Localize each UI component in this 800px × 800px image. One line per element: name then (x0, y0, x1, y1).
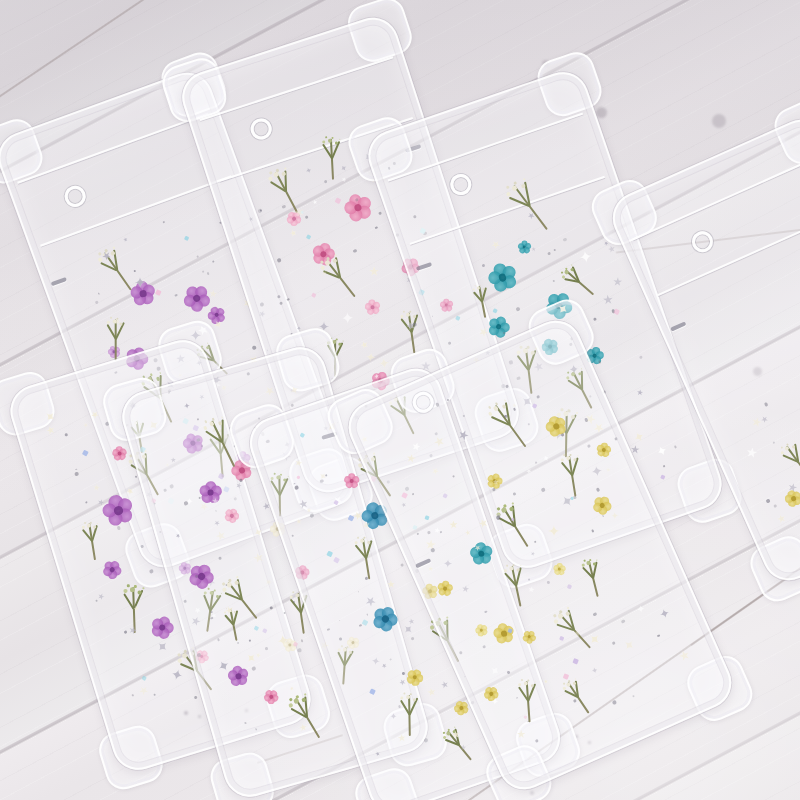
glitter-star: ★ (601, 293, 614, 307)
glitter-star: ★ (247, 215, 254, 222)
dried-sprig (497, 563, 532, 609)
glitter-star: ★ (531, 246, 537, 252)
dried-sprig (774, 439, 800, 488)
glitter-star: ★ (211, 497, 219, 506)
glitter-fleck (140, 545, 143, 548)
glitter-star: ★ (170, 457, 177, 464)
glitter-fleck (116, 526, 121, 531)
glitter-star: ★ (88, 409, 100, 421)
glitter-star: ✦ (590, 666, 599, 676)
glitter-fleck (352, 249, 357, 254)
pressed-flower (520, 627, 538, 645)
pressed-flower (492, 622, 516, 646)
glitter-sequin (81, 450, 87, 456)
glitter-star: ★ (574, 630, 581, 638)
product-photo-scene: ★★★✦★✦★★★★✦★★✦★★★★✦✦★★★✦★★✦✦✦★✦★✦✦★★✦★★★… (0, 0, 800, 800)
glitter-star: ✦ (251, 526, 265, 541)
glitter-star: ★ (386, 579, 395, 589)
glitter-star: ★ (289, 686, 296, 693)
glitter-fleck (561, 433, 565, 437)
glitter-star: ★ (288, 228, 298, 238)
glitter-fleck (202, 270, 204, 272)
sprig-buds (129, 587, 134, 592)
glitter-fleck (378, 212, 382, 216)
sprig-buds (406, 695, 410, 699)
pressed-flower (553, 563, 565, 575)
glitter-fleck (452, 475, 454, 477)
glitter-fleck (98, 293, 100, 295)
glitter-star: ★ (405, 453, 416, 465)
glitter-star: ✦ (491, 697, 499, 707)
sprig-buds (359, 538, 364, 543)
glitter-fleck (612, 700, 617, 705)
glitter-fleck (74, 472, 79, 477)
glitter-sequin (455, 315, 461, 321)
glitter-fleck (194, 695, 198, 699)
glitter-star: ✦ (658, 606, 672, 621)
glitter-fleck (251, 345, 256, 350)
glitter-star: ★ (400, 501, 408, 509)
glitter-star: ★ (296, 518, 302, 525)
dried-sprig (394, 694, 422, 736)
sprig-stem (494, 405, 525, 447)
glitter-star: ★ (461, 585, 470, 595)
glitter-star: ★ (516, 728, 526, 739)
sprig-buds (508, 566, 513, 571)
glitter-star: ✦ (288, 383, 301, 397)
glitter-fleck (505, 384, 509, 388)
glitter-star: ★ (265, 578, 274, 587)
glitter-fleck (535, 461, 537, 463)
glitter-fleck (64, 433, 68, 437)
pressed-flower (474, 622, 490, 638)
glitter-sequin (369, 688, 375, 694)
glitter-fleck (211, 611, 213, 613)
glitter-star: ★ (312, 199, 318, 205)
glitter-fleck (366, 613, 368, 615)
glitter-fleck (639, 355, 643, 359)
glitter-star: ✦ (611, 511, 620, 522)
hinge-line (40, 175, 231, 247)
glitter-sequin (660, 475, 666, 481)
glitter-fleck (663, 465, 665, 467)
sprig-buds (404, 312, 409, 317)
glitter-fleck (612, 641, 616, 645)
sprig-buds (565, 456, 570, 461)
glitter-star: ★ (136, 684, 151, 699)
glitter-fleck (774, 504, 778, 508)
glitter-fleck (593, 612, 598, 617)
glitter-fleck (430, 548, 434, 552)
pressed-flower (485, 260, 521, 296)
glitter-fleck (374, 226, 377, 229)
dried-sprig (282, 691, 331, 746)
glitter-star: ★ (359, 339, 370, 350)
hinge-line (409, 176, 606, 246)
glitter-fleck (338, 619, 340, 621)
pressed-flower (596, 443, 611, 458)
glitter-star: ✦ (276, 633, 291, 650)
glitter-fleck (255, 728, 257, 730)
glitter-fleck (300, 639, 303, 642)
glitter-fleck (548, 252, 552, 256)
glitter-star: ★ (368, 265, 379, 277)
glitter-star: ★ (440, 679, 451, 690)
glitter-sequin (567, 584, 572, 589)
glitter-star: ★ (477, 517, 490, 531)
glitter-fleck (563, 238, 567, 242)
glitter-fleck (252, 666, 257, 671)
glitter-fleck (515, 307, 520, 312)
hinge-line (657, 211, 800, 298)
glitter-fleck (435, 403, 439, 407)
glitter-star: ✦ (377, 357, 390, 372)
dried-sprig (512, 681, 542, 724)
glitter-star: ✦ (590, 463, 605, 480)
glitter-fleck (162, 221, 164, 223)
dried-sprig (467, 285, 494, 321)
glitter-fleck (249, 640, 251, 642)
glitter-star: ★ (397, 732, 407, 742)
sprig-stem (503, 507, 529, 547)
glitter-star: ✦ (304, 165, 314, 175)
glitter-sequin (334, 197, 340, 203)
pressed-flower (345, 635, 360, 650)
dried-sprig (490, 500, 540, 555)
glitter-fleck (400, 563, 404, 567)
glitter-star: ★ (340, 176, 348, 184)
glitter-fleck (290, 403, 293, 406)
glitter-sequin (563, 673, 569, 679)
glitter-sequin (182, 418, 189, 425)
flower-center (117, 451, 121, 455)
sprig-buds (86, 523, 90, 527)
glitter-star: ✦ (317, 470, 330, 482)
flower-center (207, 489, 213, 495)
pressed-flower (340, 190, 374, 224)
pressed-flower (111, 446, 127, 462)
glitter-fleck (94, 599, 97, 602)
flower-center (139, 290, 147, 298)
flower-center (558, 567, 561, 570)
dried-sprig (348, 536, 381, 581)
glitter-fleck (286, 298, 290, 302)
dried-sprig (76, 522, 105, 562)
glitter-star: ★ (493, 479, 499, 486)
glitter-fleck (206, 272, 209, 275)
glitter-star: ★ (263, 384, 278, 399)
glitter-fleck (153, 694, 156, 697)
glitter-fleck (463, 415, 465, 417)
dried-sprig (557, 676, 597, 720)
glitter-fleck (552, 279, 555, 282)
glitter-star: ★ (208, 288, 217, 298)
glitter-star: ★ (543, 678, 548, 684)
glitter-star: ★ (426, 686, 437, 698)
glitter-star: ✦ (133, 276, 146, 291)
glitter-star: ★ (92, 483, 100, 492)
glitter-fleck (85, 501, 88, 504)
glitter-star: ★ (489, 238, 502, 251)
glitter-star: ★ (294, 457, 303, 467)
glitter-star: ★ (82, 421, 90, 429)
sprig-branch (571, 457, 578, 476)
glitter-fleck (245, 722, 247, 724)
glitter-fleck (595, 487, 600, 492)
glitter-fleck (553, 249, 555, 251)
glitter-star: ★ (636, 388, 644, 397)
sprig-branch (221, 419, 223, 442)
dried-sprig (554, 454, 587, 499)
glitter-fleck (357, 590, 359, 592)
sprig-stem (329, 139, 333, 180)
glitter-fleck (765, 498, 770, 503)
glitter-star: ✦ (620, 636, 639, 654)
sprig-stem (325, 259, 355, 296)
glitter-star: ★ (775, 512, 787, 525)
pressed-flower (223, 507, 241, 525)
pressed-flower (518, 240, 531, 253)
glitter-fleck (593, 317, 597, 321)
flower-center (522, 244, 526, 248)
glitter-star: ★ (612, 276, 623, 288)
glitter-fleck (481, 263, 485, 267)
pressed-flower (99, 557, 124, 582)
glitter-fleck (674, 445, 677, 448)
glitter-fleck (772, 441, 776, 445)
glitter-star: ★ (527, 586, 535, 594)
glitter-star: ★ (530, 551, 537, 558)
glitter-fleck (632, 695, 635, 698)
glitter-star: ✦ (655, 443, 670, 459)
glitter-fleck (276, 258, 281, 263)
glitter-fleck (211, 260, 213, 262)
glitter-fleck (528, 578, 531, 581)
pressed-flower (184, 559, 218, 593)
wood-stain (712, 114, 726, 128)
glitter-fleck (196, 255, 198, 257)
glitter-star: ★ (251, 550, 265, 565)
glitter-fleck (446, 399, 449, 402)
glitter-star: ★ (112, 316, 121, 326)
glitter-sequin (573, 658, 579, 664)
glitter-star: ★ (374, 750, 381, 757)
glitter-sequin (305, 234, 311, 240)
glitter-fleck (297, 648, 302, 653)
glitter-sequin (424, 515, 429, 520)
sprig-stem (513, 185, 548, 230)
glitter-sequin (310, 292, 316, 298)
glitter-fleck (358, 623, 362, 627)
glitter-fleck (75, 468, 77, 470)
glitter-star: ✦ (168, 667, 184, 685)
glitter-fleck (133, 269, 135, 271)
glitter-star: ★ (44, 425, 56, 438)
pressed-flower (435, 578, 455, 598)
glitter-sequin (293, 641, 298, 646)
pressed-flower (261, 687, 281, 707)
dried-sprig (577, 558, 609, 600)
glitter-fleck (217, 638, 220, 641)
glitter-fleck (621, 619, 626, 624)
glitter-star: ★ (460, 743, 467, 751)
glitter-star: ★ (214, 529, 229, 544)
dried-sprig (499, 175, 561, 241)
pressed-flower (368, 601, 402, 635)
glitter-star: ✦ (547, 524, 560, 540)
sprig-branch (514, 567, 520, 586)
glitter-fleck (294, 484, 299, 489)
glitter-sequin (614, 308, 621, 315)
glitter-sequin (327, 550, 334, 557)
glitter-star: ✦ (488, 663, 504, 678)
glitter-fleck (276, 294, 280, 298)
sprig-buds (272, 171, 278, 177)
glitter-sequin (183, 236, 188, 241)
glitter-star: ★ (298, 722, 308, 733)
glitter-star: ★ (235, 482, 243, 491)
glitter-star: ✦ (636, 604, 646, 615)
glitter-star: ✦ (340, 312, 353, 328)
glitter-star: ★ (297, 497, 310, 511)
dried-sprig (316, 138, 345, 181)
glitter-star: ✦ (183, 402, 191, 411)
sprig-branch (592, 561, 597, 578)
glitter-star: ★ (122, 237, 129, 244)
glitter-fleck (423, 737, 428, 742)
glitter-fleck (402, 671, 406, 675)
glitter-fleck (257, 208, 262, 213)
glitter-fleck (278, 301, 282, 305)
dried-sprig (481, 397, 537, 457)
glitter-fleck (389, 657, 392, 660)
glitter-fleck (535, 738, 539, 742)
glitter-fleck (174, 293, 178, 297)
glitter-star: ★ (380, 661, 388, 669)
glitter-fleck (657, 634, 660, 637)
glitter-fleck (411, 637, 414, 640)
glitter-fleck (131, 694, 133, 696)
glitter-star: ★ (525, 467, 533, 475)
glitter-star: ★ (677, 647, 692, 663)
glitter-fleck (506, 671, 510, 675)
glitter-fleck (269, 606, 273, 610)
glitter-fleck (210, 617, 213, 620)
glitter-sequin (413, 525, 418, 530)
wood-stain (596, 107, 607, 118)
glitter-fleck (323, 180, 327, 184)
flower-center (349, 478, 353, 482)
glitter-fleck (591, 529, 594, 532)
sprig-stem (525, 681, 530, 722)
glitter-star: ✦ (578, 249, 594, 267)
glitter-fleck (547, 581, 551, 585)
glitter-star: ★ (745, 445, 759, 460)
glitter-star: ★ (432, 434, 448, 450)
glitter-fleck (304, 215, 308, 219)
pressed-flower (543, 413, 569, 439)
glitter-fleck (95, 300, 98, 303)
glitter-star: ★ (456, 427, 473, 444)
glitter-star: ★ (464, 529, 472, 537)
glitter-star: ✦ (364, 351, 376, 365)
glitter-sequin (141, 676, 146, 681)
glitter-star: ✦ (145, 417, 162, 435)
glitter-star: ✦ (42, 409, 59, 426)
glitter-fleck (237, 641, 240, 644)
glitter-star: ★ (175, 532, 182, 540)
glitter-fleck (764, 402, 769, 407)
glitter-fleck (123, 631, 127, 635)
glitter-fleck (148, 569, 153, 574)
glitter-fleck (197, 418, 199, 420)
glitter-star: ★ (448, 520, 458, 531)
pressed-flower (363, 298, 380, 315)
glitter-fleck (534, 541, 537, 544)
glitter-fleck (417, 533, 419, 535)
